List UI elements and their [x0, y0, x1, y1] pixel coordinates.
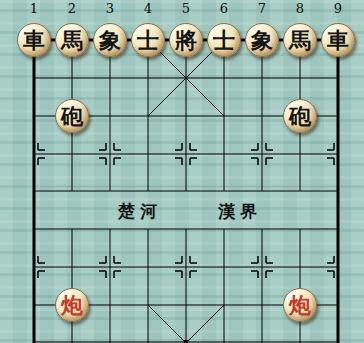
column-label-5: 5 — [176, 1, 196, 16]
piece-black-advisor[interactable]: 士 — [131, 23, 165, 57]
river-label-han-jie: 漢界 — [214, 200, 266, 222]
piece-black-horse[interactable]: 馬 — [283, 23, 317, 57]
piece-red-cannon[interactable]: 炮 — [283, 288, 317, 322]
piece-black-cannon[interactable]: 砲 — [283, 99, 317, 133]
piece-black-horse[interactable]: 馬 — [55, 23, 89, 57]
column-label-7: 7 — [252, 1, 272, 16]
column-label-2: 2 — [62, 1, 82, 16]
column-label-1: 1 — [24, 1, 44, 16]
column-label-3: 3 — [100, 1, 120, 16]
piece-black-general[interactable]: 將 — [169, 23, 203, 57]
piece-black-elephant[interactable]: 象 — [245, 23, 279, 57]
piece-black-elephant[interactable]: 象 — [93, 23, 127, 57]
piece-black-advisor[interactable]: 士 — [207, 23, 241, 57]
column-label-9: 9 — [328, 1, 348, 16]
xiangqi-board: 123456789 楚河 漢界 車馬象士將士象馬車砲砲炮炮 — [0, 0, 364, 343]
column-label-6: 6 — [214, 1, 234, 16]
piece-red-cannon[interactable]: 炮 — [55, 288, 89, 322]
column-label-8: 8 — [290, 1, 310, 16]
column-label-4: 4 — [138, 1, 158, 16]
river-label-chu-he: 楚河 — [114, 200, 166, 222]
piece-black-chariot[interactable]: 車 — [17, 23, 51, 57]
piece-black-cannon[interactable]: 砲 — [55, 99, 89, 133]
piece-black-chariot[interactable]: 車 — [321, 23, 355, 57]
